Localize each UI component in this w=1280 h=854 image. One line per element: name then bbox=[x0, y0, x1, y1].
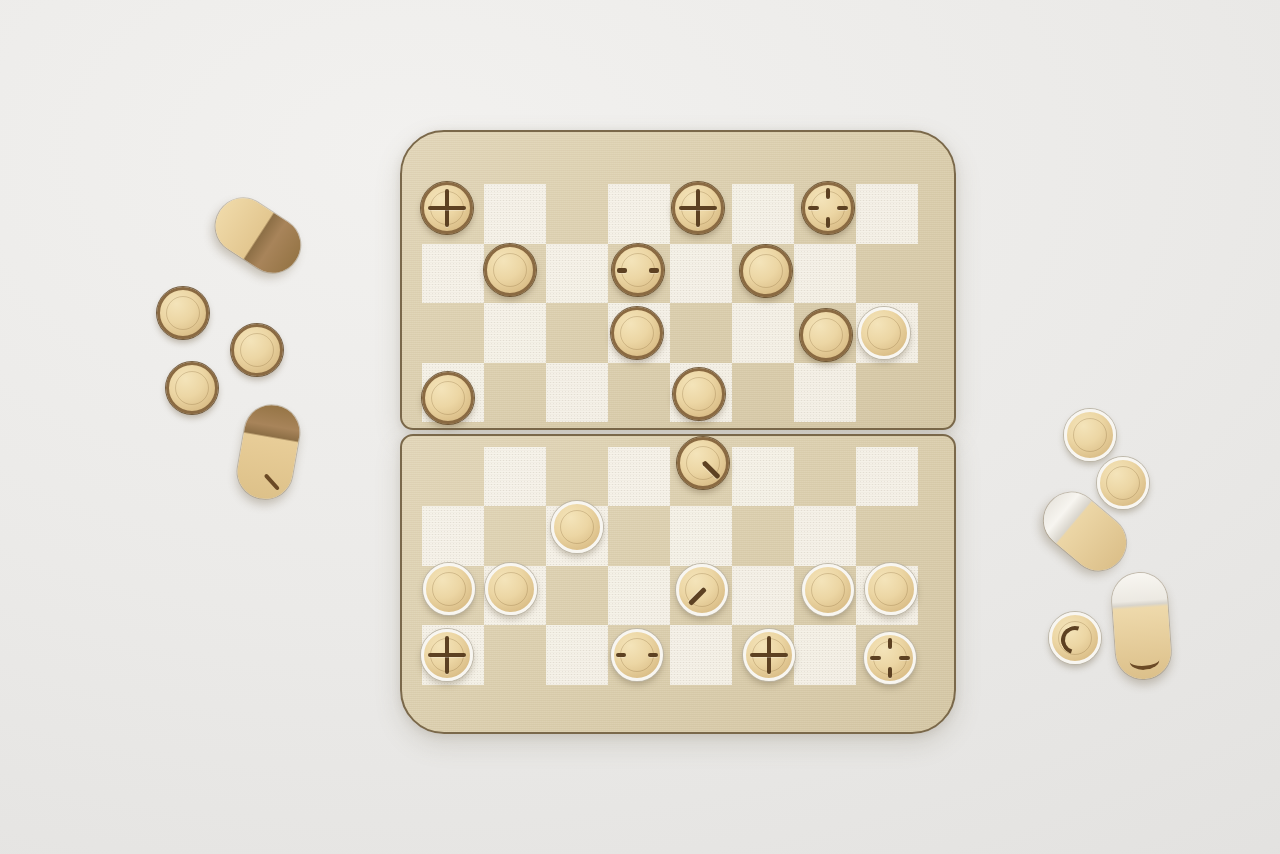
scene bbox=[0, 0, 1280, 854]
piece-white-pawn-b2[interactable] bbox=[485, 563, 537, 615]
square-g5[interactable] bbox=[794, 363, 856, 423]
square-h8[interactable] bbox=[856, 184, 918, 244]
square-e1[interactable] bbox=[670, 625, 732, 685]
square-g7[interactable] bbox=[794, 244, 856, 304]
square-a6[interactable] bbox=[422, 303, 484, 363]
piece-black-pawn-e5[interactable] bbox=[673, 368, 725, 420]
square-h7[interactable] bbox=[856, 244, 918, 304]
square-f3[interactable] bbox=[732, 506, 794, 566]
square-b3[interactable] bbox=[484, 506, 546, 566]
square-g4[interactable] bbox=[794, 447, 856, 507]
square-c4[interactable] bbox=[546, 447, 608, 507]
piece-black-bishop-e4[interactable] bbox=[677, 437, 729, 489]
piece-white-king-h1[interactable] bbox=[864, 632, 916, 684]
piece-white-pawn-h2[interactable] bbox=[865, 563, 917, 615]
square-h4[interactable] bbox=[856, 447, 918, 507]
square-f8[interactable] bbox=[732, 184, 794, 244]
piece-black-rook-a8[interactable] bbox=[421, 182, 473, 234]
captured-black-standing-3[interactable] bbox=[166, 362, 218, 414]
square-f4[interactable] bbox=[732, 447, 794, 507]
square-c7[interactable] bbox=[546, 244, 608, 304]
square-d4[interactable] bbox=[608, 447, 670, 507]
captured-black-standing-2[interactable] bbox=[231, 324, 283, 376]
captured-black-lying-0[interactable] bbox=[205, 187, 310, 282]
square-b1[interactable] bbox=[484, 625, 546, 685]
piece-black-king-g8[interactable] bbox=[802, 182, 854, 234]
piece-white-bishop-e2[interactable] bbox=[676, 564, 728, 616]
piece-white-pawn-h6[interactable] bbox=[858, 307, 910, 359]
square-e7[interactable] bbox=[670, 244, 732, 304]
captured-white-lying-4[interactable] bbox=[1110, 571, 1172, 681]
square-a7[interactable] bbox=[422, 244, 484, 304]
square-h3[interactable] bbox=[856, 506, 918, 566]
square-a3[interactable] bbox=[422, 506, 484, 566]
square-c8[interactable] bbox=[546, 184, 608, 244]
square-c1[interactable] bbox=[546, 625, 608, 685]
square-b5[interactable] bbox=[484, 363, 546, 423]
square-c6[interactable] bbox=[546, 303, 608, 363]
square-a4[interactable] bbox=[422, 447, 484, 507]
square-d5[interactable] bbox=[608, 363, 670, 423]
piece-black-queen-d7[interactable] bbox=[612, 244, 664, 296]
square-e6[interactable] bbox=[670, 303, 732, 363]
square-e3[interactable] bbox=[670, 506, 732, 566]
square-g3[interactable] bbox=[794, 506, 856, 566]
square-d8[interactable] bbox=[608, 184, 670, 244]
piece-black-pawn-a5[interactable] bbox=[422, 372, 474, 424]
piece-black-pawn-g6[interactable] bbox=[800, 309, 852, 361]
captured-white-standing-0[interactable] bbox=[1064, 409, 1116, 461]
piece-white-rook-a1[interactable] bbox=[421, 629, 473, 681]
square-f5[interactable] bbox=[732, 363, 794, 423]
square-d3[interactable] bbox=[608, 506, 670, 566]
square-g1[interactable] bbox=[794, 625, 856, 685]
piece-black-pawn-f7[interactable] bbox=[740, 245, 792, 297]
piece-white-rook-f1[interactable] bbox=[743, 629, 795, 681]
piece-white-queen-d1[interactable] bbox=[611, 629, 663, 681]
square-b4[interactable] bbox=[484, 447, 546, 507]
square-b8[interactable] bbox=[484, 184, 546, 244]
piece-white-pawn-g2[interactable] bbox=[802, 564, 854, 616]
square-c2[interactable] bbox=[546, 566, 608, 626]
square-f6[interactable] bbox=[732, 303, 794, 363]
piece-black-pawn-d6[interactable] bbox=[611, 307, 663, 359]
square-h5[interactable] bbox=[856, 363, 918, 423]
square-c5[interactable] bbox=[546, 363, 608, 423]
captured-black-standing-1[interactable] bbox=[157, 287, 209, 339]
square-b6[interactable] bbox=[484, 303, 546, 363]
piece-black-rook-e8[interactable] bbox=[672, 182, 724, 234]
captured-black-lying-4[interactable] bbox=[233, 401, 303, 503]
square-d2[interactable] bbox=[608, 566, 670, 626]
captured-white-standing-1[interactable] bbox=[1097, 457, 1149, 509]
square-f2[interactable] bbox=[732, 566, 794, 626]
piece-white-pawn-c3[interactable] bbox=[551, 501, 603, 553]
piece-white-pawn-a2[interactable] bbox=[423, 563, 475, 615]
captured-white-standing-3[interactable] bbox=[1049, 612, 1101, 664]
piece-black-pawn-b7[interactable] bbox=[484, 244, 536, 296]
